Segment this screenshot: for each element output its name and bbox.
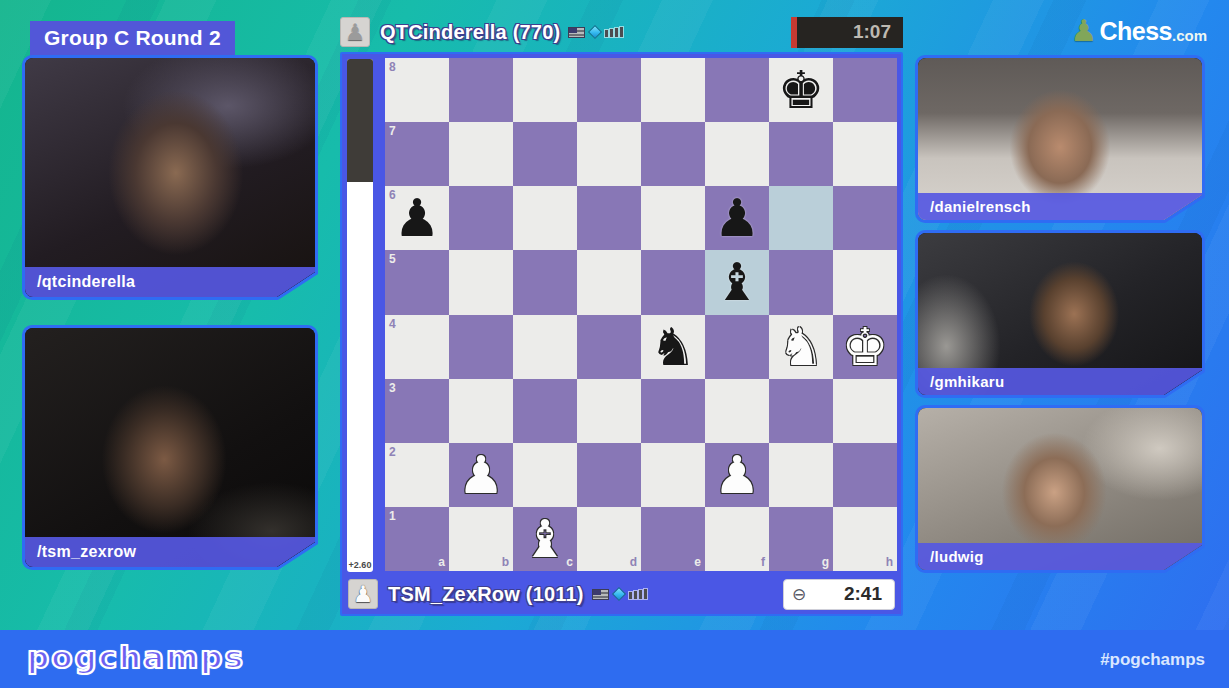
diamond-icon (612, 587, 626, 601)
piece-black-bishop[interactable]: ♝ (705, 250, 769, 314)
bottom-player-badges (592, 589, 647, 600)
evaluation-bar-black (347, 59, 373, 182)
board-square-e5[interactable] (641, 250, 705, 314)
board-square-g2[interactable] (769, 443, 833, 507)
top-player-piece-icon: ♟ (340, 17, 370, 47)
top-player-bar: ♟ QTCinderella (770) 1:07 (340, 14, 903, 50)
board-square-h3[interactable] (833, 379, 897, 443)
board-square-d6[interactable] (577, 186, 641, 250)
board-square-a7[interactable]: 7 (385, 122, 449, 186)
piece-white-bishop[interactable]: ♝ (513, 507, 577, 571)
board-square-b4[interactable] (449, 315, 513, 379)
file-label: h (886, 555, 893, 569)
board-square-h8[interactable] (833, 58, 897, 122)
chesscom-logo-word: Chess (1099, 17, 1172, 46)
board-square-d5[interactable] (577, 250, 641, 314)
board-square-b6[interactable] (449, 186, 513, 250)
bottom-clock-time: 2:41 (844, 583, 882, 605)
chesscom-logo-tld: .com (1172, 27, 1207, 44)
board-square-c2[interactable] (513, 443, 577, 507)
board-square-h2[interactable] (833, 443, 897, 507)
rank-label: 5 (389, 252, 396, 266)
board-square-e1[interactable]: e (641, 507, 705, 571)
webcam-label: /ludwig (918, 543, 1202, 570)
bottom-player-name: TSM_ZexRow (1011) (388, 583, 584, 606)
board-square-e8[interactable] (641, 58, 705, 122)
piece-black-king[interactable]: ♚ (769, 58, 833, 122)
piece-black-pawn[interactable]: ♟ (705, 186, 769, 250)
white-pawn-icon: ♟ (353, 581, 374, 607)
webcam-tsm-zexrow: /tsm_zexrow (22, 325, 318, 570)
black-pawn-icon: ♟ (345, 19, 366, 45)
board-square-b5[interactable] (449, 250, 513, 314)
board-square-h1[interactable]: h (833, 507, 897, 571)
board-square-e2[interactable] (641, 443, 705, 507)
webcam-label: /qtcinderella (25, 267, 315, 297)
top-player-clock: 1:07 (791, 17, 903, 48)
piece-white-knight[interactable]: ♞ (769, 315, 833, 379)
piece-black-pawn[interactable]: ♟ (385, 186, 449, 250)
webcam-label: /tsm_zexrow (25, 537, 315, 567)
board-square-e4[interactable]: ♞ (641, 315, 705, 379)
evaluation-value: +2.60 (347, 560, 373, 570)
rank-label: 2 (389, 445, 396, 459)
board-square-g3[interactable] (769, 379, 833, 443)
board-square-f5[interactable]: ♝ (705, 250, 769, 314)
board-square-d7[interactable] (577, 122, 641, 186)
board-square-h4[interactable]: ♚ (833, 315, 897, 379)
board-square-f1[interactable]: f (705, 507, 769, 571)
file-label: b (502, 555, 509, 569)
board-square-a4[interactable]: 4 (385, 315, 449, 379)
piece-black-knight[interactable]: ♞ (641, 315, 705, 379)
webcam-ludwig: /ludwig (915, 405, 1205, 573)
board-square-b8[interactable] (449, 58, 513, 122)
flag-icon (592, 589, 609, 600)
rank-label: 8 (389, 60, 396, 74)
board-square-a6[interactable]: 6♟ (385, 186, 449, 250)
board-panel: +2.60 8♚76♟♟5♝4♞♞♚32♟♟1abc♝defgh ♟ TSM_Z… (340, 52, 903, 616)
timer-icon: ⊖ (792, 584, 806, 604)
board-square-d2[interactable] (577, 443, 641, 507)
board-square-f3[interactable] (705, 379, 769, 443)
bottom-player-piece-icon: ♟ (348, 579, 378, 609)
board-square-b1[interactable]: b (449, 507, 513, 571)
webcam-label: /danielrensch (918, 193, 1202, 220)
file-label: g (822, 555, 829, 569)
piece-white-pawn[interactable]: ♟ (449, 443, 513, 507)
webcam-video (25, 328, 315, 567)
stream-overlay: Group C Round 2 ♟ Chess .com /qtcinderel… (0, 0, 1229, 688)
board-square-c6[interactable] (513, 186, 577, 250)
rating-bars-icon (605, 27, 623, 37)
file-label: f (761, 555, 765, 569)
board-square-f8[interactable] (705, 58, 769, 122)
board-square-f7[interactable] (705, 122, 769, 186)
rank-label: 7 (389, 124, 396, 138)
piece-white-pawn[interactable]: ♟ (705, 443, 769, 507)
board-square-d3[interactable] (577, 379, 641, 443)
board-square-f2[interactable]: ♟ (705, 443, 769, 507)
board-square-c5[interactable] (513, 250, 577, 314)
board-square-d1[interactable]: d (577, 507, 641, 571)
bottom-player-clock: ⊖ 2:41 (783, 579, 895, 610)
board-square-c8[interactable] (513, 58, 577, 122)
board-square-g5[interactable] (769, 250, 833, 314)
piece-white-king[interactable]: ♚ (833, 315, 897, 379)
webcam-label: /gmhikaru (918, 368, 1202, 395)
board-square-c4[interactable] (513, 315, 577, 379)
round-title: Group C Round 2 (30, 21, 235, 56)
board-square-b3[interactable] (449, 379, 513, 443)
file-label: d (630, 555, 637, 569)
board-square-e3[interactable] (641, 379, 705, 443)
board-square-h7[interactable] (833, 122, 897, 186)
board-square-a2[interactable]: 2 (385, 443, 449, 507)
board-square-f4[interactable] (705, 315, 769, 379)
board-square-e7[interactable] (641, 122, 705, 186)
rating-bars-icon (629, 589, 647, 599)
webcam-video (25, 58, 315, 297)
rank-label: 1 (389, 509, 396, 523)
board-square-d8[interactable] (577, 58, 641, 122)
board-square-c1[interactable]: c♝ (513, 507, 577, 571)
hashtag-text: #pogchamps (1100, 650, 1205, 670)
rank-label: 3 (389, 381, 396, 395)
chesscom-logo: ♟ Chess .com (1071, 16, 1207, 46)
board-square-c3[interactable] (513, 379, 577, 443)
file-label: a (438, 555, 445, 569)
webcam-gmhikaru: /gmhikaru (915, 230, 1205, 398)
diamond-icon (588, 25, 602, 39)
board-square-g1[interactable]: g (769, 507, 833, 571)
pogchamps-logo: pogchamps (27, 639, 245, 675)
pawn-icon: ♟ (1071, 16, 1098, 46)
flag-icon (568, 27, 585, 38)
board-square-a3[interactable]: 3 (385, 379, 449, 443)
board-square-g8[interactable]: ♚ (769, 58, 833, 122)
rank-label: 4 (389, 317, 396, 331)
webcam-qtcinderella: /qtcinderella (22, 55, 318, 300)
board-square-h6[interactable] (833, 186, 897, 250)
board-square-h5[interactable] (833, 250, 897, 314)
top-clock-time: 1:07 (853, 21, 891, 43)
board-square-a8[interactable]: 8 (385, 58, 449, 122)
board-square-a1[interactable]: 1a (385, 507, 449, 571)
board-square-c7[interactable] (513, 122, 577, 186)
board-square-g6[interactable] (769, 186, 833, 250)
board-square-g7[interactable] (769, 122, 833, 186)
chess-board[interactable]: 8♚76♟♟5♝4♞♞♚32♟♟1abc♝defgh (385, 58, 897, 571)
board-square-g4[interactable]: ♞ (769, 315, 833, 379)
board-square-d4[interactable] (577, 315, 641, 379)
webcam-danielrensch: /danielrensch (915, 55, 1205, 223)
board-square-b2[interactable]: ♟ (449, 443, 513, 507)
board-square-b7[interactable] (449, 122, 513, 186)
board-square-f6[interactable]: ♟ (705, 186, 769, 250)
top-player-badges (568, 27, 623, 38)
top-player-name: QTCinderella (770) (380, 21, 560, 44)
board-square-a5[interactable]: 5 (385, 250, 449, 314)
file-label: e (694, 555, 701, 569)
evaluation-bar: +2.60 (347, 59, 373, 572)
board-square-e6[interactable] (641, 186, 705, 250)
bottom-player-bar: ♟ TSM_ZexRow (1011) ⊖ 2:41 (346, 576, 897, 612)
